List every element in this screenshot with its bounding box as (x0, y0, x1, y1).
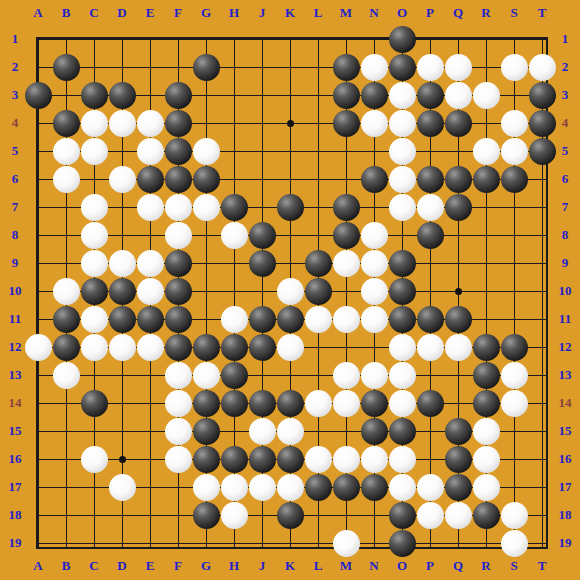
intersection-g10[interactable] (192, 277, 220, 305)
intersection-c12[interactable] (80, 333, 108, 361)
intersection-q12[interactable] (444, 333, 472, 361)
intersection-h19[interactable] (220, 529, 248, 557)
intersection-a4[interactable] (24, 109, 52, 137)
intersection-g1[interactable] (192, 25, 220, 53)
intersection-g19[interactable] (192, 529, 220, 557)
intersection-j8[interactable] (248, 221, 276, 249)
intersection-e9[interactable] (136, 249, 164, 277)
intersection-b19[interactable] (52, 529, 80, 557)
intersection-s6[interactable] (500, 165, 528, 193)
intersection-q13[interactable] (444, 361, 472, 389)
intersection-n7[interactable] (360, 193, 388, 221)
intersection-p14[interactable] (416, 389, 444, 417)
intersection-l19[interactable] (304, 529, 332, 557)
intersection-f9[interactable] (164, 249, 192, 277)
intersection-e4[interactable] (136, 109, 164, 137)
intersection-l15[interactable] (304, 417, 332, 445)
intersection-k3[interactable] (276, 81, 304, 109)
intersection-n1[interactable] (360, 25, 388, 53)
intersection-s11[interactable] (500, 305, 528, 333)
intersection-j18[interactable] (248, 501, 276, 529)
intersection-r9[interactable] (472, 249, 500, 277)
intersection-n8[interactable] (360, 221, 388, 249)
intersection-e3[interactable] (136, 81, 164, 109)
intersection-p5[interactable] (416, 137, 444, 165)
intersection-n18[interactable] (360, 501, 388, 529)
intersection-h2[interactable] (220, 53, 248, 81)
intersection-q10[interactable] (444, 277, 472, 305)
intersection-l14[interactable] (304, 389, 332, 417)
intersection-p4[interactable] (416, 109, 444, 137)
intersection-l12[interactable] (304, 333, 332, 361)
intersection-o7[interactable] (388, 193, 416, 221)
intersection-g4[interactable] (192, 109, 220, 137)
intersection-a3[interactable] (24, 81, 52, 109)
intersection-j13[interactable] (248, 361, 276, 389)
intersection-r11[interactable] (472, 305, 500, 333)
intersection-e6[interactable] (136, 165, 164, 193)
intersection-g17[interactable] (192, 473, 220, 501)
intersection-q15[interactable] (444, 417, 472, 445)
intersection-n12[interactable] (360, 333, 388, 361)
intersection-e1[interactable] (136, 25, 164, 53)
intersection-d9[interactable] (108, 249, 136, 277)
intersection-n2[interactable] (360, 53, 388, 81)
intersection-e18[interactable] (136, 501, 164, 529)
intersection-g2[interactable] (192, 53, 220, 81)
intersection-c13[interactable] (80, 361, 108, 389)
intersection-s16[interactable] (500, 445, 528, 473)
intersection-q4[interactable] (444, 109, 472, 137)
intersection-j9[interactable] (248, 249, 276, 277)
intersection-b12[interactable] (52, 333, 80, 361)
intersection-p17[interactable] (416, 473, 444, 501)
intersection-s8[interactable] (500, 221, 528, 249)
intersection-a7[interactable] (24, 193, 52, 221)
intersection-m11[interactable] (332, 305, 360, 333)
intersection-c7[interactable] (80, 193, 108, 221)
intersection-d15[interactable] (108, 417, 136, 445)
intersection-l1[interactable] (304, 25, 332, 53)
intersection-l6[interactable] (304, 165, 332, 193)
intersection-f18[interactable] (164, 501, 192, 529)
intersection-o4[interactable] (388, 109, 416, 137)
intersection-j6[interactable] (248, 165, 276, 193)
intersection-h12[interactable] (220, 333, 248, 361)
intersection-e7[interactable] (136, 193, 164, 221)
intersection-f16[interactable] (164, 445, 192, 473)
intersection-r13[interactable] (472, 361, 500, 389)
intersection-q3[interactable] (444, 81, 472, 109)
intersection-j16[interactable] (248, 445, 276, 473)
intersection-l4[interactable] (304, 109, 332, 137)
intersection-j14[interactable] (248, 389, 276, 417)
intersection-r1[interactable] (472, 25, 500, 53)
intersection-a1[interactable] (24, 25, 52, 53)
intersection-n9[interactable] (360, 249, 388, 277)
intersection-e5[interactable] (136, 137, 164, 165)
intersection-k15[interactable] (276, 417, 304, 445)
intersection-g18[interactable] (192, 501, 220, 529)
intersection-d1[interactable] (108, 25, 136, 53)
intersection-s15[interactable] (500, 417, 528, 445)
intersection-l13[interactable] (304, 361, 332, 389)
intersection-c9[interactable] (80, 249, 108, 277)
intersection-j7[interactable] (248, 193, 276, 221)
intersection-n17[interactable] (360, 473, 388, 501)
intersection-d6[interactable] (108, 165, 136, 193)
intersection-a8[interactable] (24, 221, 52, 249)
intersection-f1[interactable] (164, 25, 192, 53)
intersection-e19[interactable] (136, 529, 164, 557)
intersection-j10[interactable] (248, 277, 276, 305)
intersection-k8[interactable] (276, 221, 304, 249)
intersection-s5[interactable] (500, 137, 528, 165)
intersection-a15[interactable] (24, 417, 52, 445)
intersection-k9[interactable] (276, 249, 304, 277)
intersection-n14[interactable] (360, 389, 388, 417)
intersection-m14[interactable] (332, 389, 360, 417)
intersection-q18[interactable] (444, 501, 472, 529)
intersection-h14[interactable] (220, 389, 248, 417)
intersection-n11[interactable] (360, 305, 388, 333)
intersection-q16[interactable] (444, 445, 472, 473)
intersection-h16[interactable] (220, 445, 248, 473)
intersection-r2[interactable] (472, 53, 500, 81)
intersection-p7[interactable] (416, 193, 444, 221)
intersection-l7[interactable] (304, 193, 332, 221)
intersection-j1[interactable] (248, 25, 276, 53)
intersection-b9[interactable] (52, 249, 80, 277)
intersection-m5[interactable] (332, 137, 360, 165)
intersection-s2[interactable] (500, 53, 528, 81)
intersection-c17[interactable] (80, 473, 108, 501)
intersection-q11[interactable] (444, 305, 472, 333)
intersection-h13[interactable] (220, 361, 248, 389)
intersection-j4[interactable] (248, 109, 276, 137)
intersection-h8[interactable] (220, 221, 248, 249)
intersection-l10[interactable] (304, 277, 332, 305)
intersection-m13[interactable] (332, 361, 360, 389)
intersection-f13[interactable] (164, 361, 192, 389)
intersection-k19[interactable] (276, 529, 304, 557)
intersection-r17[interactable] (472, 473, 500, 501)
intersection-n19[interactable] (360, 529, 388, 557)
intersection-q5[interactable] (444, 137, 472, 165)
intersection-k16[interactable] (276, 445, 304, 473)
intersection-j5[interactable] (248, 137, 276, 165)
intersection-g13[interactable] (192, 361, 220, 389)
intersection-p19[interactable] (416, 529, 444, 557)
intersection-f19[interactable] (164, 529, 192, 557)
intersection-o16[interactable] (388, 445, 416, 473)
intersection-k12[interactable] (276, 333, 304, 361)
intersection-r8[interactable] (472, 221, 500, 249)
intersection-n5[interactable] (360, 137, 388, 165)
intersection-k10[interactable] (276, 277, 304, 305)
intersection-s18[interactable] (500, 501, 528, 529)
intersection-f2[interactable] (164, 53, 192, 81)
intersection-e13[interactable] (136, 361, 164, 389)
intersection-o19[interactable] (388, 529, 416, 557)
intersection-k5[interactable] (276, 137, 304, 165)
intersection-e10[interactable] (136, 277, 164, 305)
intersection-o10[interactable] (388, 277, 416, 305)
intersection-s12[interactable] (500, 333, 528, 361)
intersection-p3[interactable] (416, 81, 444, 109)
intersection-q2[interactable] (444, 53, 472, 81)
intersection-p15[interactable] (416, 417, 444, 445)
intersection-o12[interactable] (388, 333, 416, 361)
intersection-g5[interactable] (192, 137, 220, 165)
intersection-o13[interactable] (388, 361, 416, 389)
intersection-r3[interactable] (472, 81, 500, 109)
intersection-r19[interactable] (472, 529, 500, 557)
intersection-e17[interactable] (136, 473, 164, 501)
intersection-c10[interactable] (80, 277, 108, 305)
intersection-n6[interactable] (360, 165, 388, 193)
intersection-n16[interactable] (360, 445, 388, 473)
intersection-f6[interactable] (164, 165, 192, 193)
intersection-o11[interactable] (388, 305, 416, 333)
intersection-b14[interactable] (52, 389, 80, 417)
intersection-k6[interactable] (276, 165, 304, 193)
intersection-a2[interactable] (24, 53, 52, 81)
intersection-d16[interactable] (108, 445, 136, 473)
intersection-a18[interactable] (24, 501, 52, 529)
intersection-r10[interactable] (472, 277, 500, 305)
intersection-k14[interactable] (276, 389, 304, 417)
intersection-q7[interactable] (444, 193, 472, 221)
intersection-g6[interactable] (192, 165, 220, 193)
intersection-s7[interactable] (500, 193, 528, 221)
intersection-j3[interactable] (248, 81, 276, 109)
intersection-h6[interactable] (220, 165, 248, 193)
intersection-e15[interactable] (136, 417, 164, 445)
intersection-s1[interactable] (500, 25, 528, 53)
intersection-k1[interactable] (276, 25, 304, 53)
intersection-d4[interactable] (108, 109, 136, 137)
intersection-o15[interactable] (388, 417, 416, 445)
intersection-m18[interactable] (332, 501, 360, 529)
intersection-f17[interactable] (164, 473, 192, 501)
intersection-l11[interactable] (304, 305, 332, 333)
intersection-e8[interactable] (136, 221, 164, 249)
intersection-c1[interactable] (80, 25, 108, 53)
intersection-p18[interactable] (416, 501, 444, 529)
intersection-g12[interactable] (192, 333, 220, 361)
intersection-n13[interactable] (360, 361, 388, 389)
intersection-q9[interactable] (444, 249, 472, 277)
intersection-b13[interactable] (52, 361, 80, 389)
intersection-p16[interactable] (416, 445, 444, 473)
intersection-p9[interactable] (416, 249, 444, 277)
intersection-a12[interactable] (24, 333, 52, 361)
intersection-s10[interactable] (500, 277, 528, 305)
intersection-o5[interactable] (388, 137, 416, 165)
intersection-n3[interactable] (360, 81, 388, 109)
intersection-n4[interactable] (360, 109, 388, 137)
intersection-j12[interactable] (248, 333, 276, 361)
intersection-p6[interactable] (416, 165, 444, 193)
intersection-k4[interactable] (276, 109, 304, 137)
intersection-s17[interactable] (500, 473, 528, 501)
intersection-p13[interactable] (416, 361, 444, 389)
intersection-b2[interactable] (52, 53, 80, 81)
intersection-d3[interactable] (108, 81, 136, 109)
intersection-f15[interactable] (164, 417, 192, 445)
intersection-j15[interactable] (248, 417, 276, 445)
intersection-c4[interactable] (80, 109, 108, 137)
intersection-o18[interactable] (388, 501, 416, 529)
intersection-d14[interactable] (108, 389, 136, 417)
intersection-f14[interactable] (164, 389, 192, 417)
intersection-q6[interactable] (444, 165, 472, 193)
intersection-a13[interactable] (24, 361, 52, 389)
intersection-f8[interactable] (164, 221, 192, 249)
intersection-b8[interactable] (52, 221, 80, 249)
intersection-a14[interactable] (24, 389, 52, 417)
intersection-m17[interactable] (332, 473, 360, 501)
intersection-q19[interactable] (444, 529, 472, 557)
intersection-f5[interactable] (164, 137, 192, 165)
intersection-o17[interactable] (388, 473, 416, 501)
intersection-a19[interactable] (24, 529, 52, 557)
intersection-h10[interactable] (220, 277, 248, 305)
intersection-d18[interactable] (108, 501, 136, 529)
intersection-s3[interactable] (500, 81, 528, 109)
intersection-c6[interactable] (80, 165, 108, 193)
intersection-a17[interactable] (24, 473, 52, 501)
intersection-p1[interactable] (416, 25, 444, 53)
intersection-h11[interactable] (220, 305, 248, 333)
intersection-o14[interactable] (388, 389, 416, 417)
intersection-d12[interactable] (108, 333, 136, 361)
intersection-e14[interactable] (136, 389, 164, 417)
intersection-d2[interactable] (108, 53, 136, 81)
intersection-r15[interactable] (472, 417, 500, 445)
intersection-m6[interactable] (332, 165, 360, 193)
intersection-c3[interactable] (80, 81, 108, 109)
intersection-r14[interactable] (472, 389, 500, 417)
intersection-b17[interactable] (52, 473, 80, 501)
intersection-c18[interactable] (80, 501, 108, 529)
intersection-m16[interactable] (332, 445, 360, 473)
intersection-r16[interactable] (472, 445, 500, 473)
intersection-l2[interactable] (304, 53, 332, 81)
intersection-h9[interactable] (220, 249, 248, 277)
intersection-c11[interactable] (80, 305, 108, 333)
intersection-e16[interactable] (136, 445, 164, 473)
intersection-g15[interactable] (192, 417, 220, 445)
intersection-l5[interactable] (304, 137, 332, 165)
intersection-m3[interactable] (332, 81, 360, 109)
intersection-s13[interactable] (500, 361, 528, 389)
intersection-d13[interactable] (108, 361, 136, 389)
intersection-g9[interactable] (192, 249, 220, 277)
intersection-h17[interactable] (220, 473, 248, 501)
intersection-d17[interactable] (108, 473, 136, 501)
intersection-o1[interactable] (388, 25, 416, 53)
intersection-m9[interactable] (332, 249, 360, 277)
intersection-g16[interactable] (192, 445, 220, 473)
intersection-j17[interactable] (248, 473, 276, 501)
intersection-f3[interactable] (164, 81, 192, 109)
intersection-k17[interactable] (276, 473, 304, 501)
intersection-n10[interactable] (360, 277, 388, 305)
intersection-a16[interactable] (24, 445, 52, 473)
intersection-f4[interactable] (164, 109, 192, 137)
intersection-b7[interactable] (52, 193, 80, 221)
intersection-b5[interactable] (52, 137, 80, 165)
intersection-s14[interactable] (500, 389, 528, 417)
intersection-b6[interactable] (52, 165, 80, 193)
intersection-c16[interactable] (80, 445, 108, 473)
intersection-b4[interactable] (52, 109, 80, 137)
intersection-l3[interactable] (304, 81, 332, 109)
intersection-g11[interactable] (192, 305, 220, 333)
intersection-p12[interactable] (416, 333, 444, 361)
intersection-d10[interactable] (108, 277, 136, 305)
intersection-q17[interactable] (444, 473, 472, 501)
intersection-r4[interactable] (472, 109, 500, 137)
intersection-b16[interactable] (52, 445, 80, 473)
intersection-o3[interactable] (388, 81, 416, 109)
intersection-p11[interactable] (416, 305, 444, 333)
intersection-d8[interactable] (108, 221, 136, 249)
intersection-h15[interactable] (220, 417, 248, 445)
intersection-l18[interactable] (304, 501, 332, 529)
intersection-j19[interactable] (248, 529, 276, 557)
intersection-o8[interactable] (388, 221, 416, 249)
intersection-g8[interactable] (192, 221, 220, 249)
intersection-d5[interactable] (108, 137, 136, 165)
intersection-o2[interactable] (388, 53, 416, 81)
intersection-d19[interactable] (108, 529, 136, 557)
intersection-k18[interactable] (276, 501, 304, 529)
intersection-n15[interactable] (360, 417, 388, 445)
intersection-s4[interactable] (500, 109, 528, 137)
intersection-h3[interactable] (220, 81, 248, 109)
intersection-f7[interactable] (164, 193, 192, 221)
intersection-a10[interactable] (24, 277, 52, 305)
intersection-m1[interactable] (332, 25, 360, 53)
intersection-f12[interactable] (164, 333, 192, 361)
intersection-f11[interactable] (164, 305, 192, 333)
intersection-m7[interactable] (332, 193, 360, 221)
intersection-d7[interactable] (108, 193, 136, 221)
intersection-c14[interactable] (80, 389, 108, 417)
intersection-b1[interactable] (52, 25, 80, 53)
intersection-l8[interactable] (304, 221, 332, 249)
intersection-k13[interactable] (276, 361, 304, 389)
intersection-m15[interactable] (332, 417, 360, 445)
intersection-s9[interactable] (500, 249, 528, 277)
intersection-b10[interactable] (52, 277, 80, 305)
intersection-k11[interactable] (276, 305, 304, 333)
intersection-c5[interactable] (80, 137, 108, 165)
intersection-b15[interactable] (52, 417, 80, 445)
intersection-c19[interactable] (80, 529, 108, 557)
intersection-c2[interactable] (80, 53, 108, 81)
intersection-a11[interactable] (24, 305, 52, 333)
intersection-a5[interactable] (24, 137, 52, 165)
intersection-h1[interactable] (220, 25, 248, 53)
intersection-a6[interactable] (24, 165, 52, 193)
intersection-m12[interactable] (332, 333, 360, 361)
intersection-c8[interactable] (80, 221, 108, 249)
intersection-b3[interactable] (52, 81, 80, 109)
